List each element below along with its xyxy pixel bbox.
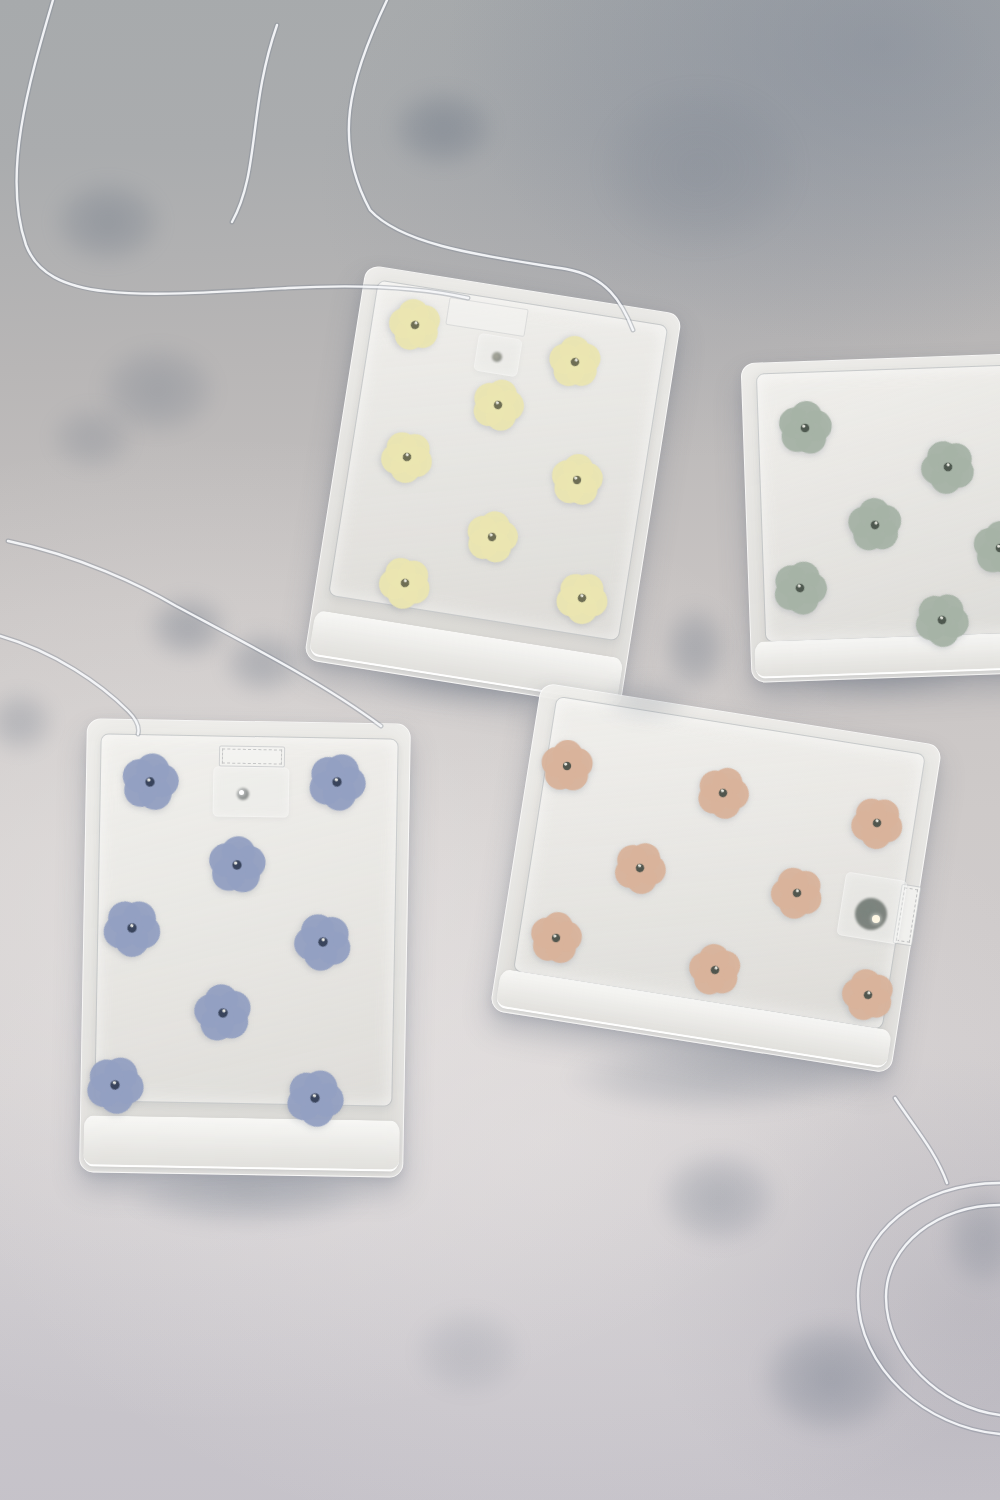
flower-icon bbox=[273, 1056, 356, 1139]
flower-icon bbox=[763, 551, 837, 625]
flower-applique-pink-flower-pouch bbox=[524, 906, 589, 971]
flower-applique-blue-flower-pouch bbox=[89, 885, 176, 972]
flower-icon bbox=[907, 426, 989, 508]
flower-icon bbox=[73, 1043, 157, 1127]
flower-icon bbox=[365, 543, 444, 622]
flower-icon bbox=[538, 737, 597, 796]
flower-icon bbox=[837, 487, 913, 563]
flower-icon bbox=[543, 559, 621, 637]
flower-applique-green-flower-pouch bbox=[763, 551, 837, 625]
flower-icon bbox=[902, 580, 981, 659]
scene bbox=[0, 0, 1000, 1500]
flower-applique-green-flower-pouch bbox=[902, 580, 981, 659]
flower-icon bbox=[524, 906, 589, 971]
flower-applique-yellow-flower-pouch bbox=[543, 559, 621, 637]
flower-applique-yellow-flower-pouch bbox=[539, 326, 610, 397]
flower-icon bbox=[686, 756, 760, 830]
flower-applique-green-flower-pouch bbox=[837, 487, 913, 563]
flower-applique-yellow-flower-pouch bbox=[378, 288, 453, 363]
flower-icon bbox=[458, 503, 527, 572]
flower-icon bbox=[539, 326, 610, 397]
flower-icon bbox=[367, 417, 446, 496]
flowers-layer bbox=[0, 0, 1000, 1500]
flower-icon bbox=[89, 885, 176, 972]
flower-icon bbox=[838, 784, 917, 863]
flower-icon bbox=[602, 830, 678, 906]
flower-icon bbox=[279, 898, 367, 986]
flower-applique-blue-flower-pouch bbox=[279, 898, 367, 986]
flower-applique-pink-flower-pouch bbox=[602, 830, 678, 906]
flower-applique-yellow-flower-pouch bbox=[462, 369, 534, 441]
flower-icon bbox=[378, 288, 453, 363]
flower-icon bbox=[830, 957, 906, 1033]
flower-icon bbox=[678, 933, 751, 1006]
flower-icon bbox=[546, 449, 608, 511]
flower-applique-blue-flower-pouch bbox=[182, 972, 265, 1055]
flower-applique-pink-flower-pouch bbox=[678, 933, 751, 1006]
flower-applique-yellow-flower-pouch bbox=[367, 417, 446, 496]
flower-icon bbox=[758, 854, 837, 933]
flower-applique-blue-flower-pouch bbox=[113, 745, 187, 819]
flower-icon bbox=[773, 396, 838, 461]
flower-applique-blue-flower-pouch bbox=[73, 1043, 157, 1127]
flower-applique-yellow-flower-pouch bbox=[546, 449, 608, 511]
flower-icon bbox=[182, 972, 265, 1055]
flower-applique-blue-flower-pouch bbox=[296, 741, 378, 823]
flower-applique-pink-flower-pouch bbox=[538, 737, 597, 796]
flower-applique-blue-flower-pouch bbox=[273, 1056, 356, 1139]
flower-applique-green-flower-pouch bbox=[773, 396, 838, 461]
flower-applique-yellow-flower-pouch bbox=[365, 543, 444, 622]
flower-icon bbox=[296, 741, 378, 823]
flower-applique-pink-flower-pouch bbox=[838, 784, 917, 863]
flower-applique-blue-flower-pouch bbox=[203, 831, 271, 899]
flower-applique-pink-flower-pouch bbox=[758, 854, 837, 933]
flower-applique-green-flower-pouch bbox=[907, 426, 989, 508]
flower-icon bbox=[113, 745, 187, 819]
flower-icon bbox=[203, 831, 271, 899]
flower-applique-pink-flower-pouch bbox=[830, 957, 906, 1033]
flower-applique-green-flower-pouch bbox=[969, 517, 1000, 579]
flower-icon bbox=[969, 517, 1000, 579]
flower-icon bbox=[462, 369, 534, 441]
flower-applique-yellow-flower-pouch bbox=[458, 503, 527, 572]
flower-applique-pink-flower-pouch bbox=[686, 756, 760, 830]
